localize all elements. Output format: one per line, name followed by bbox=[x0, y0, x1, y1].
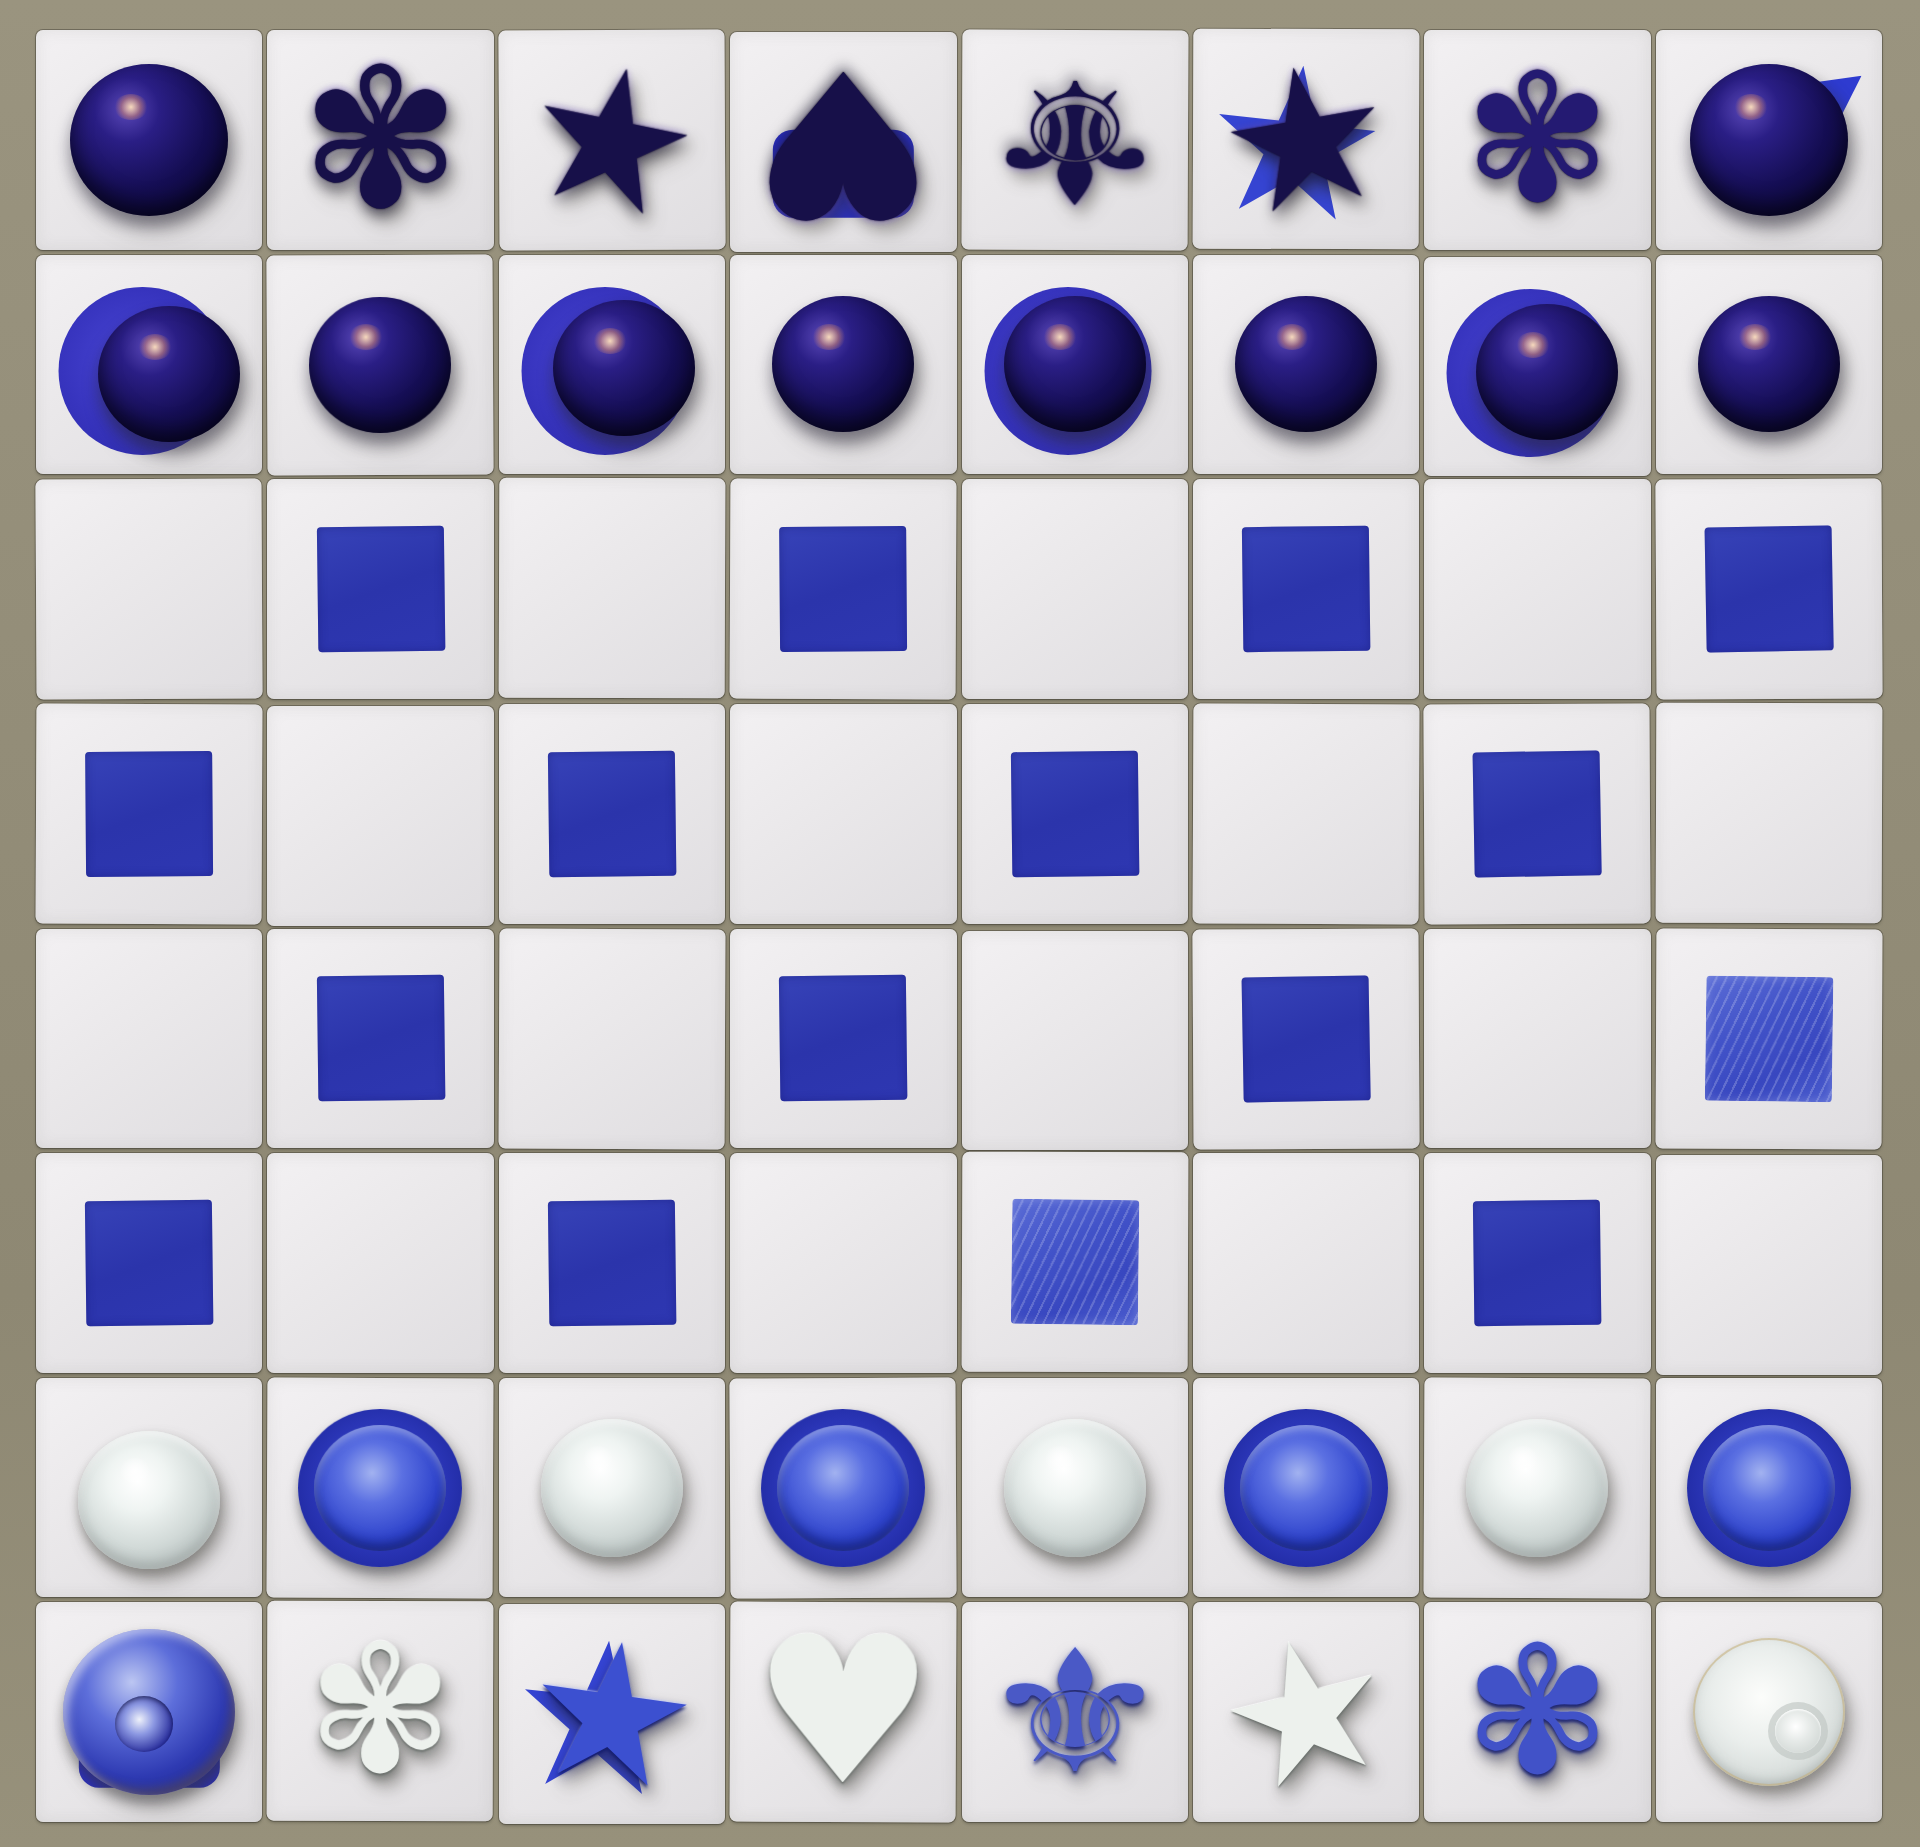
blue-paint-square-g5 bbox=[1473, 750, 1602, 877]
square-b7[interactable] bbox=[267, 254, 495, 475]
navy-queen-d8[interactable]: ♥ bbox=[752, 40, 935, 244]
navy-pawn-g7[interactable] bbox=[1476, 304, 1618, 440]
square-f1[interactable]: ★ bbox=[1193, 1602, 1419, 1822]
blue-paint-square-c3 bbox=[548, 1200, 676, 1327]
bishop-glyph: ★ bbox=[514, 1608, 709, 1820]
navy-pawn-h7[interactable] bbox=[1698, 296, 1840, 432]
white-bishop-c1[interactable]: ★ bbox=[527, 1619, 697, 1809]
blue-paint-square-g3 bbox=[1473, 1200, 1601, 1327]
pawn-body bbox=[1698, 296, 1840, 432]
square-e8[interactable]: ⚜ bbox=[961, 30, 1188, 251]
square-a7[interactable] bbox=[36, 255, 262, 475]
square-a4[interactable] bbox=[36, 929, 262, 1149]
blue-paint-square-a3 bbox=[85, 1200, 213, 1327]
square-c3[interactable] bbox=[499, 1153, 725, 1373]
queen-glyph: ♥ bbox=[752, 40, 935, 244]
square-c6[interactable] bbox=[498, 478, 725, 698]
pawn-body bbox=[1466, 1418, 1609, 1557]
square-h7[interactable] bbox=[1656, 255, 1882, 475]
bishop-glyph: ★ bbox=[1200, 1599, 1411, 1825]
blue-paint-square-glossy-h4 bbox=[1705, 975, 1833, 1102]
blue-paint-square-b6 bbox=[316, 526, 444, 653]
square-c5[interactable] bbox=[499, 704, 725, 924]
square-f6[interactable] bbox=[1193, 479, 1419, 699]
square-g7[interactable] bbox=[1424, 257, 1650, 477]
white-king-e1[interactable]: ⚜ bbox=[998, 1627, 1150, 1797]
chess-board: ✾★♥⚜★★✾✾★★♥⚜★✾ bbox=[36, 30, 1882, 1822]
square-b1[interactable]: ✾ bbox=[267, 1601, 494, 1821]
white-pawn-g2[interactable] bbox=[1466, 1418, 1609, 1557]
square-c7[interactable] bbox=[499, 255, 725, 475]
square-h1[interactable] bbox=[1656, 1602, 1882, 1822]
pawn-body bbox=[298, 1408, 463, 1567]
blue-paint-square-e5 bbox=[1011, 750, 1139, 877]
white-rook-a1[interactable] bbox=[63, 1629, 235, 1795]
blue-paint-square-b4 bbox=[316, 975, 444, 1102]
square-e3[interactable] bbox=[961, 1152, 1188, 1372]
square-c1[interactable]: ★★ bbox=[499, 1604, 725, 1824]
square-c8[interactable]: ★ bbox=[498, 29, 726, 250]
blue-paint-square-d6 bbox=[779, 526, 907, 652]
square-d4[interactable] bbox=[730, 929, 956, 1149]
square-d6[interactable] bbox=[730, 479, 957, 700]
navy-knight-b8[interactable]: ✾ bbox=[300, 44, 461, 236]
square-b5[interactable] bbox=[267, 706, 493, 926]
navy-pawn-d7[interactable] bbox=[772, 296, 914, 432]
bishop-glyph: ★ bbox=[1206, 31, 1406, 247]
square-g2[interactable] bbox=[1424, 1377, 1651, 1598]
square-f8[interactable]: ★★ bbox=[1192, 29, 1419, 249]
square-h3[interactable] bbox=[1656, 1155, 1882, 1375]
pawn-body bbox=[1476, 304, 1618, 440]
square-a3[interactable] bbox=[36, 1153, 262, 1373]
pawn-body bbox=[1687, 1409, 1851, 1567]
pawn-body bbox=[553, 300, 695, 436]
square-b6[interactable] bbox=[267, 479, 493, 699]
square-b3[interactable] bbox=[267, 1153, 493, 1373]
white-rook-h1[interactable] bbox=[1693, 1638, 1845, 1786]
white-pawn-a2[interactable] bbox=[78, 1431, 220, 1569]
square-h5[interactable] bbox=[1655, 702, 1882, 922]
pawn-body bbox=[1235, 296, 1377, 432]
knight-glyph: ✾ bbox=[1464, 1624, 1611, 1800]
knight-glyph: ✾ bbox=[307, 1623, 455, 1800]
square-e7[interactable] bbox=[962, 255, 1188, 475]
blue-paint-square-c5 bbox=[548, 750, 676, 877]
square-e2[interactable] bbox=[962, 1378, 1188, 1598]
rook-body bbox=[63, 1629, 235, 1795]
square-a2[interactable] bbox=[36, 1378, 262, 1598]
white-pawn-d2[interactable] bbox=[761, 1408, 926, 1567]
pawn-body bbox=[761, 1408, 926, 1567]
pawn-body bbox=[78, 1431, 220, 1569]
blue-paint-square-glossy-e3 bbox=[1011, 1199, 1139, 1326]
square-a8[interactable] bbox=[36, 30, 262, 250]
white-pawn-e2[interactable] bbox=[1004, 1419, 1146, 1557]
square-a1[interactable] bbox=[36, 1602, 262, 1822]
white-pawn-f2[interactable] bbox=[1224, 1409, 1388, 1567]
navy-rook-a8[interactable] bbox=[70, 64, 228, 216]
square-d8[interactable]: ♥ bbox=[730, 32, 956, 252]
navy-bishop-f8[interactable]: ★ bbox=[1221, 44, 1392, 235]
pawn-body bbox=[1224, 1409, 1388, 1567]
square-d2[interactable] bbox=[730, 1377, 958, 1598]
navy-bishop-c8[interactable]: ★ bbox=[526, 44, 697, 235]
square-c2[interactable] bbox=[499, 1378, 725, 1598]
knight-glyph: ✾ bbox=[1464, 52, 1611, 228]
square-g6[interactable] bbox=[1424, 479, 1650, 699]
navy-pawn-b7[interactable] bbox=[309, 296, 452, 433]
blue-paint-square-d4 bbox=[779, 975, 907, 1102]
square-b8[interactable]: ✾ bbox=[267, 30, 493, 250]
square-h6[interactable] bbox=[1655, 479, 1883, 700]
navy-pawn-f7[interactable] bbox=[1235, 296, 1377, 432]
rook-body bbox=[1693, 1638, 1845, 1786]
square-d7[interactable] bbox=[730, 255, 956, 475]
white-queen-d1[interactable]: ♥ bbox=[751, 1610, 935, 1815]
pawn-body bbox=[1004, 1419, 1146, 1557]
rook-body bbox=[1690, 64, 1848, 216]
queen-glyph: ♥ bbox=[751, 1610, 935, 1815]
navy-pawn-a7[interactable] bbox=[98, 306, 240, 442]
king-glyph: ⚜ bbox=[979, 1627, 1171, 1797]
square-e5[interactable] bbox=[962, 704, 1188, 924]
king-glyph: ⚜ bbox=[978, 54, 1171, 225]
square-f3[interactable] bbox=[1193, 1153, 1419, 1373]
white-bishop-f1[interactable]: ★ bbox=[1221, 1617, 1391, 1807]
pawn-body bbox=[309, 296, 452, 433]
square-g1[interactable]: ✾ bbox=[1424, 1602, 1650, 1822]
square-d3[interactable] bbox=[730, 1153, 956, 1373]
blue-paint-square-f4 bbox=[1242, 975, 1371, 1102]
blue-paint-square-a5 bbox=[85, 751, 213, 877]
square-b2[interactable] bbox=[267, 1377, 494, 1598]
square-d1[interactable]: ♥ bbox=[730, 1602, 957, 1823]
square-f2[interactable] bbox=[1193, 1378, 1419, 1598]
square-b4[interactable] bbox=[267, 929, 493, 1149]
pawn-body bbox=[772, 296, 914, 432]
bishop-glyph: ★ bbox=[509, 30, 714, 251]
square-d5[interactable] bbox=[730, 704, 956, 924]
square-h2[interactable] bbox=[1656, 1378, 1882, 1598]
navy-knight-g8[interactable]: ✾ bbox=[1464, 52, 1611, 228]
square-h8[interactable] bbox=[1656, 30, 1882, 250]
square-a5[interactable] bbox=[36, 703, 263, 924]
white-knight-b1[interactable]: ✾ bbox=[307, 1623, 455, 1800]
square-e6[interactable] bbox=[962, 479, 1188, 699]
pawn-body bbox=[1004, 296, 1146, 432]
blue-paint-square-h6 bbox=[1704, 525, 1833, 652]
white-pawn-b2[interactable] bbox=[298, 1408, 463, 1567]
knight-glyph: ✾ bbox=[300, 44, 461, 236]
navy-pawn-e7[interactable] bbox=[1004, 296, 1146, 432]
square-a6[interactable] bbox=[35, 479, 263, 700]
square-c4[interactable] bbox=[498, 928, 725, 1149]
square-g4[interactable] bbox=[1424, 929, 1650, 1149]
navy-pawn-c7[interactable] bbox=[553, 300, 695, 436]
square-e1[interactable]: ⚜ bbox=[962, 1602, 1188, 1822]
photo-background: { "game": "chess", "set_description": "H… bbox=[0, 0, 1920, 1847]
square-h4[interactable] bbox=[1655, 928, 1882, 1149]
square-g8[interactable]: ✾ bbox=[1424, 30, 1650, 250]
square-g5[interactable] bbox=[1424, 703, 1652, 924]
square-f5[interactable] bbox=[1192, 703, 1419, 924]
square-f4[interactable] bbox=[1192, 928, 1420, 1149]
white-pawn-c2[interactable] bbox=[541, 1419, 683, 1557]
navy-king-e8[interactable]: ⚜ bbox=[998, 54, 1151, 225]
square-g3[interactable] bbox=[1424, 1153, 1650, 1373]
square-e4[interactable] bbox=[962, 931, 1188, 1151]
white-pawn-h2[interactable] bbox=[1687, 1409, 1851, 1567]
pawn-body bbox=[98, 306, 240, 442]
navy-rook-h8[interactable] bbox=[1690, 64, 1848, 216]
blue-paint-square-f6 bbox=[1242, 526, 1370, 653]
square-f7[interactable] bbox=[1193, 255, 1419, 475]
pawn-body bbox=[541, 1419, 683, 1557]
white-knight-g1[interactable]: ✾ bbox=[1464, 1624, 1611, 1800]
rook-body bbox=[70, 64, 228, 216]
